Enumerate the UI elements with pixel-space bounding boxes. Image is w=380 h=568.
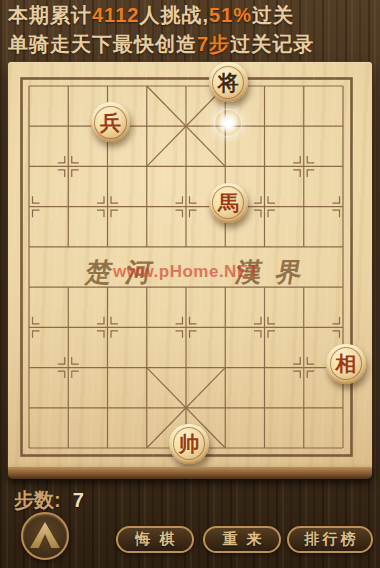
leaderboard-button[interactable]: 排行榜 <box>287 526 373 553</box>
red-horse-piece[interactable]: 馬 <box>209 183 248 223</box>
up-arrow-button[interactable] <box>21 512 69 560</box>
xiangqi-board[interactable]: 楚河 漢界 www.pHome.NET 将兵馬相帅 <box>8 62 372 468</box>
undo-button[interactable]: 悔棋 <box>116 526 194 553</box>
red-soldier-piece[interactable]: 兵 <box>91 102 130 142</box>
red-general-piece[interactable]: 帅 <box>169 424 208 464</box>
chevron-up-icon <box>30 522 60 548</box>
black-general-piece[interactable]: 将 <box>209 62 248 102</box>
stats-text: 过关 <box>252 4 294 26</box>
step-counter-value: 7 <box>73 489 84 511</box>
board-bottom-edge <box>8 467 372 479</box>
challenge-stats-line: 本期累计4112人挑战,51%过关 <box>8 2 294 29</box>
stats-text: 单骑走天下最快创造 <box>8 33 197 55</box>
challenger-count: 4112 <box>92 4 139 26</box>
step-counter: 步数:7 <box>14 487 84 514</box>
stats-text: 本期累计 <box>8 4 92 26</box>
stats-text: 人挑战, <box>139 4 209 26</box>
record-stats-line: 单骑走天下最快创造7步过关记录 <box>8 31 314 58</box>
pieces-layer: 将兵馬相帅 <box>9 66 362 468</box>
pass-rate: 51% <box>209 4 252 26</box>
stats-text: 过关记录 <box>230 33 314 55</box>
record-steps: 7步 <box>197 33 230 55</box>
red-elephant-piece[interactable]: 相 <box>326 344 365 384</box>
restart-button[interactable]: 重来 <box>203 526 281 553</box>
move-indicator-dot[interactable] <box>214 109 242 137</box>
step-counter-label: 步数: <box>14 489 61 511</box>
game-screen: 本期累计4112人挑战,51%过关 单骑走天下最快创造7步过关记录 楚河 漢界 … <box>0 0 380 568</box>
